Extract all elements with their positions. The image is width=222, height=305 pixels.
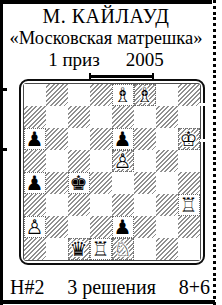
square-d5 (90, 150, 112, 172)
square-a7 (24, 106, 46, 128)
chess-board-inner-frame: ♗♗♟♟♔♙♟♚♖♙♟♛♖♘ (23, 83, 201, 261)
square-b6 (46, 128, 68, 150)
square-b8 (46, 84, 68, 106)
square-d4 (90, 172, 112, 194)
black-pawn-e2: ♟ (112, 216, 134, 238)
composer-name: М. КАЙЛАУД (0, 5, 212, 27)
square-f8: ♗ (134, 84, 156, 106)
square-d1: ♖ (90, 238, 112, 260)
square-b1 (46, 238, 68, 260)
square-c2 (68, 216, 90, 238)
square-h2 (178, 216, 200, 238)
square-g1 (156, 238, 178, 260)
tourney-name: «Московская матрешка» (0, 27, 212, 49)
square-b4 (46, 172, 68, 194)
square-e1: ♘ (112, 238, 134, 260)
square-h1 (178, 238, 200, 260)
square-e8: ♗ (112, 84, 134, 106)
white-king-h6: ♔ (178, 128, 200, 150)
square-d6 (90, 128, 112, 150)
white-rook-d1: ♖ (90, 238, 112, 260)
square-h6: ♔ (178, 128, 200, 150)
square-f3 (134, 194, 156, 216)
board-border-notch (200, 139, 205, 142)
chess-board: ♗♗♟♟♔♙♟♚♖♙♟♛♖♘ (19, 79, 205, 265)
square-b5 (46, 150, 68, 172)
square-c4: ♚ (68, 172, 90, 194)
square-h5 (178, 150, 200, 172)
square-d3 (90, 194, 112, 216)
black-queen-c1: ♛ (68, 238, 90, 260)
square-g6 (156, 128, 178, 150)
square-f4 (134, 172, 156, 194)
square-c1: ♛ (68, 238, 90, 260)
white-pawn-a2: ♙ (24, 216, 46, 238)
square-a5 (24, 150, 46, 172)
square-f1 (134, 238, 156, 260)
square-a4: ♟ (24, 172, 46, 194)
white-bishop-f8: ♗ (134, 84, 156, 106)
white-pawn-e5: ♙ (112, 150, 134, 172)
square-c8 (68, 84, 90, 106)
chess-board-grid: ♗♗♟♟♔♙♟♚♖♙♟♛♖♘ (24, 84, 200, 260)
square-a8 (24, 84, 46, 106)
square-d7 (90, 106, 112, 128)
square-d2 (90, 216, 112, 238)
square-e2: ♟ (112, 216, 134, 238)
square-g3 (156, 194, 178, 216)
white-knight-e1: ♘ (112, 238, 134, 260)
square-g8 (156, 84, 178, 106)
square-e5: ♙ (112, 150, 134, 172)
square-a3 (24, 194, 46, 216)
square-f5 (134, 150, 156, 172)
problem-caption: H#2 3 решения 8+6 (0, 276, 215, 298)
black-pawn-e6: ♟ (112, 128, 134, 150)
square-c5 (68, 150, 90, 172)
board-border-notch (200, 103, 205, 106)
square-b2 (46, 216, 68, 238)
square-g5 (156, 150, 178, 172)
square-e4 (112, 172, 134, 194)
square-a1 (24, 238, 46, 260)
page-cut-dashed-line (213, 0, 216, 305)
material-count: 8+6 (179, 276, 210, 298)
registration-tick (0, 148, 7, 151)
registration-tick (0, 88, 7, 91)
problem-header: М. КАЙЛАУД «Московская матрешка» 1 приз … (0, 5, 212, 71)
solutions-count: 3 решения (67, 276, 156, 298)
square-h8 (178, 84, 200, 106)
page-border-top (0, 0, 212, 4)
square-c7 (68, 106, 90, 128)
black-king-c4: ♚ (68, 172, 90, 194)
page-border-bottom (0, 300, 215, 304)
stipulation: H#2 (10, 276, 44, 298)
award: 1 приз (48, 49, 100, 71)
square-e6: ♟ (112, 128, 134, 150)
white-rook-h3: ♖ (178, 194, 200, 216)
square-b3 (46, 194, 68, 216)
square-b7 (46, 106, 68, 128)
square-h3: ♖ (178, 194, 200, 216)
square-a6: ♟ (24, 128, 46, 150)
square-g7 (156, 106, 178, 128)
award-line: 1 приз 2005 (0, 49, 212, 71)
square-d8 (90, 84, 112, 106)
black-pawn-a4: ♟ (24, 172, 46, 194)
square-e3 (112, 194, 134, 216)
square-f6 (134, 128, 156, 150)
square-h7 (178, 106, 200, 128)
square-a2: ♙ (24, 216, 46, 238)
scanned-problem-page: М. КАЙЛАУД «Московская матрешка» 1 приз … (0, 0, 222, 305)
black-pawn-a6: ♟ (24, 128, 46, 150)
square-h4 (178, 172, 200, 194)
square-g4 (156, 172, 178, 194)
square-c3 (68, 194, 90, 216)
year: 2005 (126, 49, 164, 71)
square-e7 (112, 106, 134, 128)
square-g2 (156, 216, 178, 238)
square-c6 (68, 128, 90, 150)
white-bishop-e8: ♗ (112, 84, 134, 106)
square-f2 (134, 216, 156, 238)
square-f7 (134, 106, 156, 128)
registration-bar (89, 75, 153, 78)
